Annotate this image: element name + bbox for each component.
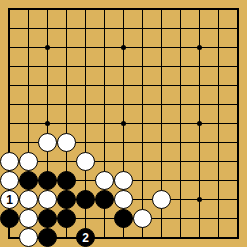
intersection-c2[interactable] (38, 209, 57, 228)
intersection-j6[interactable] (152, 133, 171, 152)
intersection-j13[interactable] (152, 0, 171, 19)
intersection-b12[interactable] (19, 19, 38, 38)
intersection-n2[interactable] (228, 209, 247, 228)
intersection-g11[interactable] (114, 38, 133, 57)
intersection-c5[interactable] (38, 152, 57, 171)
intersection-a11[interactable] (0, 38, 19, 57)
intersection-e5[interactable] (76, 152, 95, 171)
intersection-f12[interactable] (95, 19, 114, 38)
intersection-g3[interactable] (114, 190, 133, 209)
intersection-j3[interactable] (152, 190, 171, 209)
intersection-e11[interactable] (76, 38, 95, 57)
intersection-e6[interactable] (76, 133, 95, 152)
intersection-d8[interactable] (57, 95, 76, 114)
intersection-e10[interactable] (76, 57, 95, 76)
black-stone[interactable] (38, 228, 57, 247)
intersection-e4[interactable] (76, 171, 95, 190)
intersection-h7[interactable] (133, 114, 152, 133)
white-stone[interactable] (0, 171, 19, 190)
intersection-c6[interactable] (38, 133, 57, 152)
black-stone[interactable] (95, 190, 114, 209)
intersection-f9[interactable] (95, 76, 114, 95)
intersection-l6[interactable] (190, 133, 209, 152)
intersection-b7[interactable] (19, 114, 38, 133)
intersection-e8[interactable] (76, 95, 95, 114)
intersection-h13[interactable] (133, 0, 152, 19)
intersection-m13[interactable] (209, 0, 228, 19)
intersection-l13[interactable] (190, 0, 209, 19)
intersection-b4[interactable] (19, 171, 38, 190)
move-number-label: 2 (82, 232, 89, 244)
intersection-d11[interactable] (57, 38, 76, 57)
intersection-k10[interactable] (171, 57, 190, 76)
intersection-n1[interactable] (228, 228, 247, 247)
intersection-l10[interactable] (190, 57, 209, 76)
star-point (45, 121, 50, 126)
white-stone[interactable] (133, 209, 152, 228)
intersection-h5[interactable] (133, 152, 152, 171)
intersection-n13[interactable] (228, 0, 247, 19)
intersection-m4[interactable] (209, 171, 228, 190)
intersection-k9[interactable] (171, 76, 190, 95)
white-stone[interactable] (76, 152, 95, 171)
intersection-g8[interactable] (114, 95, 133, 114)
intersection-b6[interactable] (19, 133, 38, 152)
intersection-b11[interactable] (19, 38, 38, 57)
intersection-k4[interactable] (171, 171, 190, 190)
intersection-b5[interactable] (19, 152, 38, 171)
intersection-g1[interactable] (114, 228, 133, 247)
intersection-m12[interactable] (209, 19, 228, 38)
intersection-m8[interactable] (209, 95, 228, 114)
intersection-n9[interactable] (228, 76, 247, 95)
white-stone-move-1[interactable]: 1 (0, 190, 19, 209)
intersection-l5[interactable] (190, 152, 209, 171)
white-stone[interactable] (19, 152, 38, 171)
intersection-k6[interactable] (171, 133, 190, 152)
white-stone[interactable] (19, 190, 38, 209)
intersection-h10[interactable] (133, 57, 152, 76)
intersection-l1[interactable] (190, 228, 209, 247)
intersection-e3[interactable] (76, 190, 95, 209)
intersection-f1[interactable] (95, 228, 114, 247)
intersection-d6[interactable] (57, 133, 76, 152)
star-point (197, 45, 202, 50)
intersection-c10[interactable] (38, 57, 57, 76)
white-stone[interactable] (95, 171, 114, 190)
intersection-a5[interactable] (0, 152, 19, 171)
intersection-f2[interactable] (95, 209, 114, 228)
intersection-m3[interactable] (209, 190, 228, 209)
intersection-l4[interactable] (190, 171, 209, 190)
intersection-h6[interactable] (133, 133, 152, 152)
star-point (197, 121, 202, 126)
intersection-k12[interactable] (171, 19, 190, 38)
star-point (45, 45, 50, 50)
intersection-d1[interactable] (57, 228, 76, 247)
intersection-c9[interactable] (38, 76, 57, 95)
star-point (197, 197, 202, 202)
white-stone[interactable] (114, 171, 133, 190)
intersection-l7[interactable] (190, 114, 209, 133)
white-stone[interactable] (57, 133, 76, 152)
intersection-f8[interactable] (95, 95, 114, 114)
star-point (121, 121, 126, 126)
intersection-f5[interactable] (95, 152, 114, 171)
intersection-k11[interactable] (171, 38, 190, 57)
go-board: 12 (0, 0, 247, 247)
intersection-a13[interactable] (0, 0, 19, 19)
intersection-a1[interactable] (0, 228, 19, 247)
intersection-f10[interactable] (95, 57, 114, 76)
intersection-k5[interactable] (171, 152, 190, 171)
intersection-n7[interactable] (228, 114, 247, 133)
intersection-m10[interactable] (209, 57, 228, 76)
intersection-d3[interactable] (57, 190, 76, 209)
intersection-d13[interactable] (57, 0, 76, 19)
intersection-h1[interactable] (133, 228, 152, 247)
intersection-k2[interactable] (171, 209, 190, 228)
intersection-d7[interactable] (57, 114, 76, 133)
intersection-l3[interactable] (190, 190, 209, 209)
intersection-d2[interactable] (57, 209, 76, 228)
intersection-l2[interactable] (190, 209, 209, 228)
intersection-h11[interactable] (133, 38, 152, 57)
black-stone[interactable] (38, 209, 57, 228)
intersection-m1[interactable] (209, 228, 228, 247)
intersection-e2[interactable] (76, 209, 95, 228)
white-stone[interactable] (38, 190, 57, 209)
intersection-m2[interactable] (209, 209, 228, 228)
intersection-a6[interactable] (0, 133, 19, 152)
intersection-g12[interactable] (114, 19, 133, 38)
intersection-n3[interactable] (228, 190, 247, 209)
intersection-j4[interactable] (152, 171, 171, 190)
intersection-e9[interactable] (76, 76, 95, 95)
intersection-d9[interactable] (57, 76, 76, 95)
intersection-a7[interactable] (0, 114, 19, 133)
intersection-h9[interactable] (133, 76, 152, 95)
intersection-j5[interactable] (152, 152, 171, 171)
intersection-n5[interactable] (228, 152, 247, 171)
intersection-f4[interactable] (95, 171, 114, 190)
intersection-h2[interactable] (133, 209, 152, 228)
intersection-j9[interactable] (152, 76, 171, 95)
intersection-h12[interactable] (133, 19, 152, 38)
intersection-g6[interactable] (114, 133, 133, 152)
intersection-f6[interactable] (95, 133, 114, 152)
intersection-g5[interactable] (114, 152, 133, 171)
black-stone[interactable] (114, 209, 133, 228)
intersection-h3[interactable] (133, 190, 152, 209)
intersection-f13[interactable] (95, 0, 114, 19)
intersection-e12[interactable] (76, 19, 95, 38)
intersection-l12[interactable] (190, 19, 209, 38)
intersection-a4[interactable] (0, 171, 19, 190)
intersection-n12[interactable] (228, 19, 247, 38)
intersection-c3[interactable] (38, 190, 57, 209)
intersection-a3[interactable]: 1 (0, 190, 19, 209)
intersection-k13[interactable] (171, 0, 190, 19)
intersection-k1[interactable] (171, 228, 190, 247)
intersection-f11[interactable] (95, 38, 114, 57)
intersection-g10[interactable] (114, 57, 133, 76)
white-stone[interactable] (152, 190, 171, 209)
white-stone[interactable] (19, 209, 38, 228)
intersection-h8[interactable] (133, 95, 152, 114)
intersection-n6[interactable] (228, 133, 247, 152)
intersection-c12[interactable] (38, 19, 57, 38)
intersection-c1[interactable] (38, 228, 57, 247)
black-stone[interactable] (57, 171, 76, 190)
intersection-b2[interactable] (19, 209, 38, 228)
intersection-b13[interactable] (19, 0, 38, 19)
intersection-a10[interactable] (0, 57, 19, 76)
black-stone[interactable] (38, 171, 57, 190)
intersection-b10[interactable] (19, 57, 38, 76)
intersection-k7[interactable] (171, 114, 190, 133)
intersection-e1[interactable]: 2 (76, 228, 95, 247)
intersection-g7[interactable] (114, 114, 133, 133)
intersection-d10[interactable] (57, 57, 76, 76)
white-stone[interactable] (114, 190, 133, 209)
intersection-g2[interactable] (114, 209, 133, 228)
white-stone[interactable] (0, 152, 19, 171)
white-stone[interactable] (19, 228, 38, 247)
intersection-b3[interactable] (19, 190, 38, 209)
intersection-m6[interactable] (209, 133, 228, 152)
move-number-label: 1 (6, 194, 13, 206)
intersection-n11[interactable] (228, 38, 247, 57)
intersection-l11[interactable] (190, 38, 209, 57)
intersection-k8[interactable] (171, 95, 190, 114)
black-stone[interactable] (57, 209, 76, 228)
intersection-k3[interactable] (171, 190, 190, 209)
intersection-b8[interactable] (19, 95, 38, 114)
intersection-g4[interactable] (114, 171, 133, 190)
intersection-n10[interactable] (228, 57, 247, 76)
intersection-b9[interactable] (19, 76, 38, 95)
intersection-c4[interactable] (38, 171, 57, 190)
intersection-j2[interactable] (152, 209, 171, 228)
intersection-e13[interactable] (76, 0, 95, 19)
intersection-m5[interactable] (209, 152, 228, 171)
white-stone[interactable] (38, 133, 57, 152)
intersection-h4[interactable] (133, 171, 152, 190)
black-stone[interactable] (19, 171, 38, 190)
intersection-j11[interactable] (152, 38, 171, 57)
intersection-c7[interactable] (38, 114, 57, 133)
intersection-c13[interactable] (38, 0, 57, 19)
intersection-j8[interactable] (152, 95, 171, 114)
intersection-m7[interactable] (209, 114, 228, 133)
intersection-m11[interactable] (209, 38, 228, 57)
intersection-l9[interactable] (190, 76, 209, 95)
intersection-n4[interactable] (228, 171, 247, 190)
intersection-j12[interactable] (152, 19, 171, 38)
intersection-f3[interactable] (95, 190, 114, 209)
intersection-a12[interactable] (0, 19, 19, 38)
intersection-d5[interactable] (57, 152, 76, 171)
intersection-m9[interactable] (209, 76, 228, 95)
intersection-c11[interactable] (38, 38, 57, 57)
black-stone[interactable] (76, 190, 95, 209)
intersection-g9[interactable] (114, 76, 133, 95)
intersection-e7[interactable] (76, 114, 95, 133)
intersection-a9[interactable] (0, 76, 19, 95)
black-stone[interactable] (57, 190, 76, 209)
star-point (121, 45, 126, 50)
black-stone[interactable] (0, 209, 19, 228)
intersection-f7[interactable] (95, 114, 114, 133)
intersection-g13[interactable] (114, 0, 133, 19)
intersection-b1[interactable] (19, 228, 38, 247)
intersection-d4[interactable] (57, 171, 76, 190)
intersection-d12[interactable] (57, 19, 76, 38)
intersection-a2[interactable] (0, 209, 19, 228)
intersection-l8[interactable] (190, 95, 209, 114)
intersection-n8[interactable] (228, 95, 247, 114)
intersection-j1[interactable] (152, 228, 171, 247)
intersection-c8[interactable] (38, 95, 57, 114)
intersection-j7[interactable] (152, 114, 171, 133)
intersection-a8[interactable] (0, 95, 19, 114)
black-stone-move-2[interactable]: 2 (76, 228, 95, 247)
intersection-j10[interactable] (152, 57, 171, 76)
